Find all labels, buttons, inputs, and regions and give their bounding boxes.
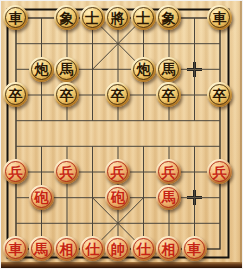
board-grid[interactable]: 車象士將士象車炮馬炮馬卒卒卒卒卒兵兵兵兵兵砲砲馬車馬相仕帥仕相車 — [3, 5, 233, 262]
piece-black-chariot[interactable]: 車 — [3, 5, 28, 30]
piece-glyph: 將 — [111, 10, 125, 24]
piece-black-cannon[interactable]: 炮 — [29, 57, 54, 82]
piece-red-soldier[interactable]: 兵 — [54, 159, 79, 184]
marker-bracket-tr — [195, 190, 202, 197]
piece-glyph: 車 — [213, 10, 227, 24]
piece-black-horse[interactable]: 馬 — [54, 57, 79, 82]
piece-glyph: 炮 — [34, 62, 48, 76]
piece-glyph: 卒 — [60, 87, 74, 101]
piece-glyph: 馬 — [34, 241, 48, 255]
piece-black-elephant[interactable]: 象 — [156, 5, 181, 30]
piece-glyph: 象 — [162, 10, 176, 24]
piece-red-cannon[interactable]: 砲 — [105, 185, 130, 210]
piece-glyph: 仕 — [136, 241, 150, 255]
marker-bracket-br — [195, 70, 202, 77]
piece-red-cannon[interactable]: 砲 — [29, 185, 54, 210]
piece-red-soldier[interactable]: 兵 — [105, 159, 130, 184]
piece-glyph: 馬 — [162, 190, 176, 204]
piece-black-chariot[interactable]: 車 — [207, 5, 232, 30]
piece-glyph: 兵 — [60, 164, 74, 178]
piece-red-advisor[interactable]: 仕 — [80, 236, 105, 261]
piece-black-elephant[interactable]: 象 — [54, 5, 79, 30]
piece-black-soldier[interactable]: 卒 — [207, 82, 232, 107]
piece-glyph: 卒 — [213, 87, 227, 101]
piece-glyph: 卒 — [9, 87, 23, 101]
piece-red-elephant[interactable]: 相 — [156, 236, 181, 261]
piece-glyph: 兵 — [213, 164, 227, 178]
piece-glyph: 象 — [60, 10, 74, 24]
piece-glyph: 兵 — [9, 164, 23, 178]
marker-bracket-tl — [187, 190, 194, 197]
piece-black-horse[interactable]: 馬 — [156, 57, 181, 82]
piece-glyph: 兵 — [111, 164, 125, 178]
piece-red-horse[interactable]: 馬 — [29, 236, 54, 261]
piece-red-soldier[interactable]: 兵 — [156, 159, 181, 184]
piece-black-advisor[interactable]: 士 — [80, 5, 105, 30]
piece-glyph: 車 — [9, 241, 23, 255]
marker-bracket-bl — [187, 198, 194, 205]
piece-red-chariot[interactable]: 車 — [3, 236, 28, 261]
piece-red-horse[interactable]: 馬 — [156, 185, 181, 210]
piece-black-soldier[interactable]: 卒 — [105, 82, 130, 107]
piece-black-general[interactable]: 將 — [105, 5, 130, 30]
xiangqi-board-screenshot: 車象士將士象車炮馬炮馬卒卒卒卒卒兵兵兵兵兵砲砲馬車馬相仕帥仕相車 — [0, 0, 243, 269]
piece-glyph: 相 — [162, 241, 176, 255]
piece-glyph: 馬 — [60, 62, 74, 76]
piece-black-cannon[interactable]: 炮 — [131, 57, 156, 82]
point-marker — [187, 62, 202, 77]
marker-bracket-tl — [187, 62, 194, 69]
point-marker — [187, 190, 202, 205]
marker-bracket-bl — [187, 70, 194, 77]
piece-glyph: 帥 — [111, 241, 125, 255]
piece-glyph: 仕 — [85, 241, 99, 255]
piece-glyph: 相 — [60, 241, 74, 255]
piece-black-soldier[interactable]: 卒 — [156, 82, 181, 107]
piece-glyph: 卒 — [162, 87, 176, 101]
piece-glyph: 車 — [187, 241, 201, 255]
piece-glyph: 士 — [136, 10, 150, 24]
board-edge-right — [240, 1, 242, 262]
piece-black-soldier[interactable]: 卒 — [54, 82, 79, 107]
piece-glyph: 士 — [85, 10, 99, 24]
piece-red-soldier[interactable]: 兵 — [207, 159, 232, 184]
piece-glyph: 車 — [9, 10, 23, 24]
piece-glyph: 炮 — [136, 62, 150, 76]
piece-glyph: 砲 — [34, 190, 48, 204]
marker-bracket-tr — [195, 62, 202, 69]
piece-red-soldier[interactable]: 兵 — [3, 159, 28, 184]
piece-glyph: 卒 — [111, 87, 125, 101]
piece-glyph: 兵 — [162, 164, 176, 178]
piece-red-general[interactable]: 帥 — [105, 236, 130, 261]
piece-black-advisor[interactable]: 士 — [131, 5, 156, 30]
piece-red-elephant[interactable]: 相 — [54, 236, 79, 261]
marker-bracket-br — [195, 198, 202, 205]
piece-glyph: 馬 — [162, 62, 176, 76]
piece-black-soldier[interactable]: 卒 — [3, 82, 28, 107]
piece-red-chariot[interactable]: 車 — [182, 236, 207, 261]
board-edge-bottom — [1, 262, 242, 268]
piece-glyph: 砲 — [111, 190, 125, 204]
piece-red-advisor[interactable]: 仕 — [131, 236, 156, 261]
